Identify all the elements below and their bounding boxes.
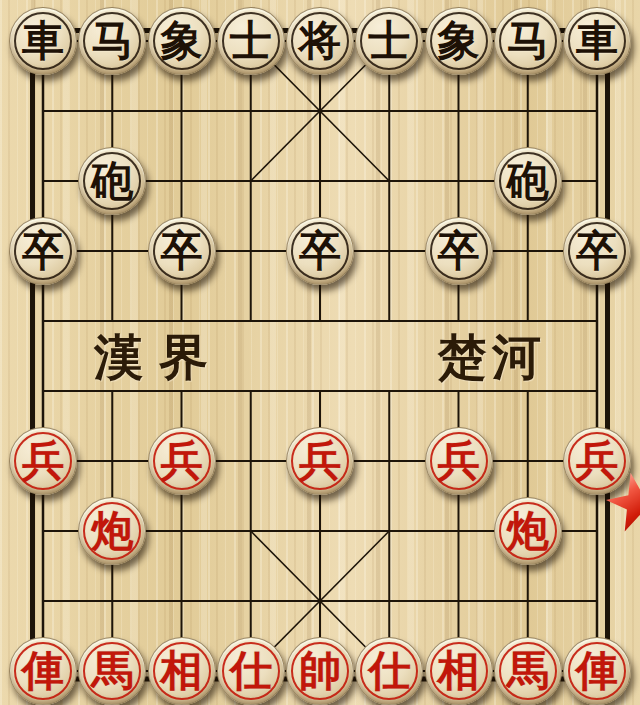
piece-black-soldier[interactable]: 卒 — [9, 217, 77, 285]
piece-glyph: 卒 — [576, 230, 618, 272]
board-point[interactable]: 仕 — [216, 636, 285, 705]
board-point[interactable]: 相 — [424, 636, 493, 705]
board-point[interactable] — [493, 216, 562, 286]
piece-glyph: 砲 — [507, 160, 549, 202]
piece-black-soldier[interactable]: 卒 — [563, 217, 631, 285]
piece-black-soldier[interactable]: 卒 — [425, 217, 493, 285]
piece-glyph: 相 — [438, 650, 480, 692]
board-point[interactable]: 馬 — [78, 636, 147, 705]
board-point[interactable] — [493, 286, 562, 356]
piece-glyph: 马 — [507, 20, 549, 62]
piece-red-horse[interactable]: 馬 — [78, 637, 146, 705]
board-point[interactable]: 兵 — [8, 426, 77, 496]
piece-black-elephant[interactable]: 象 — [425, 7, 493, 75]
piece-red-cannon[interactable]: 炮 — [494, 497, 562, 565]
piece-glyph: 马 — [91, 20, 133, 62]
board-point[interactable]: 相 — [147, 636, 216, 705]
board-point[interactable] — [562, 286, 631, 356]
board-point[interactable] — [8, 566, 77, 636]
piece-glyph: 仕 — [368, 650, 410, 692]
piece-glyph: 兵 — [576, 440, 618, 482]
board-point[interactable] — [147, 146, 216, 216]
board-point[interactable]: 俥 — [8, 636, 77, 705]
piece-black-cannon[interactable]: 砲 — [494, 147, 562, 215]
piece-black-soldier[interactable]: 卒 — [148, 217, 216, 285]
board-point[interactable] — [355, 76, 424, 146]
board-point[interactable] — [355, 286, 424, 356]
board-point[interactable] — [78, 286, 147, 356]
board-point[interactable] — [147, 566, 216, 636]
board-point[interactable]: 兵 — [424, 426, 493, 496]
piece-glyph: 卒 — [22, 230, 64, 272]
piece-glyph: 馬 — [507, 650, 549, 692]
board-point[interactable] — [285, 566, 354, 636]
piece-red-cannon[interactable]: 炮 — [78, 497, 146, 565]
board-point[interactable] — [216, 426, 285, 496]
piece-glyph: 兵 — [438, 440, 480, 482]
piece-black-soldier[interactable]: 卒 — [286, 217, 354, 285]
piece-glyph: 相 — [161, 650, 203, 692]
board-point[interactable] — [424, 76, 493, 146]
board-point[interactable]: 俥 — [562, 636, 631, 705]
board-point[interactable] — [285, 76, 354, 146]
board-point[interactable]: 卒 — [285, 216, 354, 286]
board-point[interactable] — [424, 356, 493, 426]
piece-red-soldier[interactable]: 兵 — [148, 427, 216, 495]
piece-glyph: 士 — [368, 20, 410, 62]
xiangqi-board: 漢界 楚河 車马象士将士象马車砲砲卒卒卒卒卒兵兵兵兵兵炮炮俥馬相仕帥仕相馬俥 — [0, 0, 640, 705]
board-point[interactable]: 士 — [216, 6, 285, 76]
board-point[interactable] — [78, 566, 147, 636]
board-point[interactable] — [216, 76, 285, 146]
board-point[interactable] — [562, 76, 631, 146]
piece-glyph: 車 — [22, 20, 64, 62]
piece-black-horse[interactable]: 马 — [494, 7, 562, 75]
piece-red-advisor[interactable]: 仕 — [217, 637, 285, 705]
board-point[interactable] — [78, 356, 147, 426]
board-point[interactable] — [285, 286, 354, 356]
piece-glyph: 俥 — [576, 650, 618, 692]
board-point[interactable] — [216, 356, 285, 426]
piece-red-chariot[interactable]: 俥 — [563, 637, 631, 705]
board-point[interactable] — [147, 356, 216, 426]
board-point[interactable]: 車 — [8, 6, 77, 76]
board-point[interactable]: 象 — [424, 6, 493, 76]
board-point[interactable] — [562, 356, 631, 426]
board-point[interactable] — [355, 566, 424, 636]
board-point[interactable] — [216, 146, 285, 216]
piece-glyph: 炮 — [507, 510, 549, 552]
board-point[interactable] — [216, 216, 285, 286]
board-point[interactable] — [493, 356, 562, 426]
piece-red-elephant[interactable]: 相 — [425, 637, 493, 705]
board-point[interactable] — [8, 146, 77, 216]
piece-black-elephant[interactable]: 象 — [148, 7, 216, 75]
board-point[interactable] — [78, 76, 147, 146]
board-grid: 車马象士将士象马車砲砲卒卒卒卒卒兵兵兵兵兵炮炮俥馬相仕帥仕相馬俥 — [8, 6, 631, 705]
piece-red-elephant[interactable]: 相 — [148, 637, 216, 705]
board-point[interactable] — [562, 566, 631, 636]
board-point[interactable]: 卒 — [147, 216, 216, 286]
piece-glyph: 仕 — [230, 650, 272, 692]
board-point[interactable]: 卒 — [8, 216, 77, 286]
piece-black-chariot[interactable]: 車 — [563, 7, 631, 75]
piece-black-advisor[interactable]: 士 — [217, 7, 285, 75]
piece-glyph: 帥 — [299, 650, 341, 692]
piece-glyph: 砲 — [91, 160, 133, 202]
piece-glyph: 象 — [438, 20, 480, 62]
board-point[interactable]: 兵 — [147, 426, 216, 496]
board-point[interactable]: 卒 — [562, 216, 631, 286]
board-point[interactable] — [78, 216, 147, 286]
board-point[interactable]: 象 — [147, 6, 216, 76]
board-point[interactable]: 兵 — [562, 426, 631, 496]
piece-red-advisor[interactable]: 仕 — [355, 637, 423, 705]
board-point[interactable] — [285, 496, 354, 566]
board-point[interactable]: 卒 — [424, 216, 493, 286]
piece-red-soldier[interactable]: 兵 — [425, 427, 493, 495]
piece-glyph: 象 — [161, 20, 203, 62]
board-point[interactable]: 士 — [355, 6, 424, 76]
piece-glyph: 馬 — [91, 650, 133, 692]
piece-glyph: 車 — [576, 20, 618, 62]
board-point[interactable] — [8, 496, 77, 566]
board-point[interactable] — [355, 426, 424, 496]
board-point[interactable] — [216, 496, 285, 566]
board-point[interactable] — [424, 286, 493, 356]
board-point[interactable] — [8, 356, 77, 426]
board-point[interactable] — [424, 146, 493, 216]
board-point[interactable] — [493, 76, 562, 146]
piece-glyph: 兵 — [161, 440, 203, 482]
piece-glyph: 将 — [299, 20, 341, 62]
piece-black-cannon[interactable]: 砲 — [78, 147, 146, 215]
board-point[interactable] — [562, 146, 631, 216]
board-point[interactable] — [355, 216, 424, 286]
board-point[interactable] — [216, 286, 285, 356]
piece-black-horse[interactable]: 马 — [78, 7, 146, 75]
board-point[interactable] — [147, 76, 216, 146]
piece-black-chariot[interactable]: 車 — [9, 7, 77, 75]
board-point[interactable] — [216, 566, 285, 636]
board-point[interactable] — [355, 496, 424, 566]
board-point[interactable]: 炮 — [493, 496, 562, 566]
piece-red-soldier[interactable]: 兵 — [563, 427, 631, 495]
piece-glyph: 卒 — [161, 230, 203, 272]
board-point[interactable]: 帥 — [285, 636, 354, 705]
board-point[interactable] — [285, 356, 354, 426]
board-point[interactable] — [285, 146, 354, 216]
piece-black-general[interactable]: 将 — [286, 7, 354, 75]
board-point[interactable] — [424, 566, 493, 636]
board-point[interactable] — [493, 566, 562, 636]
piece-black-advisor[interactable]: 士 — [355, 7, 423, 75]
piece-glyph: 卒 — [438, 230, 480, 272]
board-point[interactable]: 仕 — [355, 636, 424, 705]
board-point[interactable] — [355, 146, 424, 216]
piece-red-horse[interactable]: 馬 — [494, 637, 562, 705]
piece-glyph: 俥 — [22, 650, 64, 692]
piece-red-general[interactable]: 帥 — [286, 637, 354, 705]
piece-glyph: 炮 — [91, 510, 133, 552]
piece-red-chariot[interactable]: 俥 — [9, 637, 77, 705]
board-point[interactable] — [493, 426, 562, 496]
piece-glyph: 兵 — [299, 440, 341, 482]
board-point[interactable]: 将 — [285, 6, 354, 76]
board-point[interactable]: 兵 — [285, 426, 354, 496]
board-point[interactable] — [355, 356, 424, 426]
piece-red-soldier[interactable]: 兵 — [286, 427, 354, 495]
board-point[interactable] — [78, 426, 147, 496]
board-point[interactable]: 砲 — [78, 146, 147, 216]
board-point[interactable] — [424, 496, 493, 566]
piece-glyph: 卒 — [299, 230, 341, 272]
board-point[interactable] — [147, 496, 216, 566]
board-point[interactable]: 马 — [493, 6, 562, 76]
board-point[interactable]: 炮 — [78, 496, 147, 566]
piece-glyph: 兵 — [22, 440, 64, 482]
board-point[interactable] — [8, 76, 77, 146]
piece-red-soldier[interactable]: 兵 — [9, 427, 77, 495]
board-point[interactable] — [8, 286, 77, 356]
board-point[interactable]: 馬 — [493, 636, 562, 705]
board-point[interactable]: 马 — [78, 6, 147, 76]
board-point[interactable] — [147, 286, 216, 356]
piece-glyph: 士 — [230, 20, 272, 62]
board-point[interactable]: 車 — [562, 6, 631, 76]
board-point[interactable]: 砲 — [493, 146, 562, 216]
